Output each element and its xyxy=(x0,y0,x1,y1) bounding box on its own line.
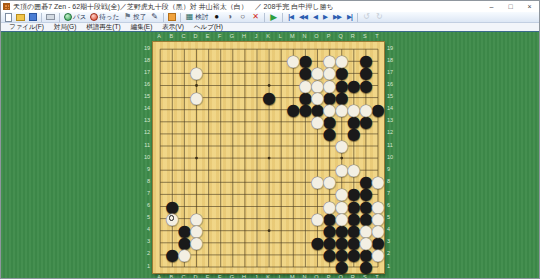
new-file-button[interactable] xyxy=(4,12,13,22)
col-label-top-J: J xyxy=(252,34,260,40)
delete-button[interactable]: ✕ xyxy=(250,12,261,22)
row-label-right-4: 4 xyxy=(387,227,398,233)
row-label-right-2: 2 xyxy=(387,251,398,257)
resign-button[interactable]: ⚑投了 xyxy=(122,12,147,22)
white-stone-D3: ● xyxy=(190,236,204,250)
undo-move-label: 待った xyxy=(99,13,119,22)
row-label-left-14: 14 xyxy=(139,106,150,112)
col-label-bottom-N: N xyxy=(300,275,308,279)
row-label-left-4: 4 xyxy=(139,227,150,233)
pass-button[interactable]: パス xyxy=(63,12,87,22)
nav-back-button[interactable]: ◀ xyxy=(311,12,319,22)
nav-icon: ▶| xyxy=(346,13,353,22)
redo-icon: ↻ xyxy=(375,13,384,22)
row-label-left-8: 8 xyxy=(139,179,150,185)
maximize-button[interactable]: □ xyxy=(501,1,520,12)
row-label-right-18: 18 xyxy=(387,58,398,64)
col-label-top-D: D xyxy=(192,34,200,40)
undo-icon: ↺ xyxy=(362,13,371,22)
col-label-top-E: E xyxy=(204,34,212,40)
row-label-right-15: 15 xyxy=(387,94,398,100)
col-label-top-A: A xyxy=(155,34,163,40)
row-label-right-6: 6 xyxy=(387,203,398,209)
undo-move-button[interactable]: 待った xyxy=(89,12,120,22)
minimize-button[interactable]: – xyxy=(482,1,501,12)
floppy-icon xyxy=(29,13,37,21)
row-label-right-5: 5 xyxy=(387,215,398,221)
open-file-button[interactable] xyxy=(15,12,26,22)
window-title: 天頂の囲碁7 Zen - 62期十段戦(全)／芝野虎丸十段（黒）対 井山裕太（白… xyxy=(13,2,482,12)
row-label-left-1: 1 xyxy=(139,264,150,270)
white-stone-C2: ● xyxy=(177,248,191,262)
row-label-right-14: 14 xyxy=(387,106,398,112)
row-label-right-9: 9 xyxy=(387,167,398,173)
toolbar-separator xyxy=(41,13,42,22)
white-stone-P16: ● xyxy=(323,79,337,93)
white-stone-Q5: ● xyxy=(335,212,349,226)
row-label-left-10: 10 xyxy=(139,155,150,161)
row-label-left-9: 9 xyxy=(139,167,150,173)
toolbar-separator xyxy=(357,13,358,22)
nav-forward-button[interactable]: ▶ xyxy=(321,12,329,22)
white-stone-R9: ● xyxy=(347,163,361,177)
flag-icon: ⚑ xyxy=(123,13,132,22)
toolbar-separator xyxy=(59,13,60,22)
menu-file[interactable]: ファイル(F) xyxy=(4,23,49,32)
col-label-top-H: H xyxy=(240,34,248,40)
row-label-left-16: 16 xyxy=(139,82,150,88)
col-label-bottom-L: L xyxy=(276,275,284,279)
col-label-top-R: R xyxy=(349,34,357,40)
col-label-bottom-D: D xyxy=(192,275,200,279)
rotate-ccw-button[interactable]: ↺ xyxy=(361,12,372,22)
row-label-right-13: 13 xyxy=(387,118,398,124)
stone-white-button[interactable]: ○ xyxy=(237,12,248,22)
col-label-top-F: F xyxy=(216,34,224,40)
row-label-right-10: 10 xyxy=(387,155,398,161)
play-button[interactable]: ▶ xyxy=(268,12,279,22)
col-label-bottom-R: R xyxy=(349,275,357,279)
black-stone-K15: ● xyxy=(262,91,276,105)
client-area: ●●●●●●●●●●●●●●●●●●●●●●●●●●●●●●●●●●●●●●●●… xyxy=(1,32,540,279)
white-stone-D15: ● xyxy=(190,91,204,105)
col-label-top-N: N xyxy=(300,34,308,40)
close-button[interactable]: × xyxy=(520,1,539,12)
col-label-top-G: G xyxy=(228,34,236,40)
nav-forward10-button[interactable]: ▶▶ xyxy=(331,12,343,22)
white-stone-S14: ● xyxy=(359,103,373,117)
black-stone-T14: ● xyxy=(371,103,385,117)
row-label-left-7: 7 xyxy=(139,191,150,197)
col-label-top-K: K xyxy=(264,34,272,40)
red-x-icon: ✕ xyxy=(251,13,260,22)
row-label-left-15: 15 xyxy=(139,94,150,100)
col-label-bottom-A: A xyxy=(155,275,163,279)
pen-icon: ✎ xyxy=(150,13,159,22)
col-label-bottom-K: K xyxy=(264,275,272,279)
toolbar: パス待った⚑投了✎▦検討●◑○✕▶|◀◀◀◀▶▶▶▶|↺↻ xyxy=(1,12,539,23)
hint-button[interactable]: ✎ xyxy=(149,12,160,22)
print-button[interactable] xyxy=(45,12,56,22)
pass-label: パス xyxy=(73,13,86,22)
row-label-right-19: 19 xyxy=(387,46,398,52)
play-icon: ▶ xyxy=(269,13,278,22)
title-bar: 天頂の囲碁7 Zen - 62期十段戦(全)／芝野虎丸十段（黒）対 井山裕太（白… xyxy=(1,1,539,12)
black-stone-Q1: ● xyxy=(335,260,349,274)
folder-icon xyxy=(16,14,25,21)
row-label-right-12: 12 xyxy=(387,130,398,136)
row-label-right-17: 17 xyxy=(387,70,398,76)
last-move-marker xyxy=(169,215,175,221)
row-label-right-16: 16 xyxy=(387,82,398,88)
menu-bar: ファイル(F)対局(G)棋譜再生(T)編集(E)表示(V)ヘルプ(H) xyxy=(1,23,539,32)
app-window: 天頂の囲碁7 Zen - 62期十段戦(全)／芝野虎丸十段（黒）対 井山裕太（白… xyxy=(0,0,540,279)
row-label-left-5: 5 xyxy=(139,215,150,221)
board-orange-icon xyxy=(168,13,176,21)
stone-black-button[interactable]: ● xyxy=(211,12,222,22)
white-stone-Q11: ● xyxy=(335,139,349,153)
menu-help[interactable]: ヘルプ(H) xyxy=(189,23,228,32)
nav-icon: ◀ xyxy=(312,13,318,22)
col-label-top-M: M xyxy=(288,34,296,40)
toolbar-separator xyxy=(163,13,164,22)
nav-icon: ◀◀ xyxy=(298,13,308,22)
col-label-bottom-G: G xyxy=(228,275,236,279)
resign-label: 投了 xyxy=(133,13,146,22)
menu-game[interactable]: 対局(G) xyxy=(49,23,81,32)
nav-first-button[interactable]: |◀ xyxy=(286,12,295,22)
row-label-left-2: 2 xyxy=(139,251,150,257)
col-label-top-S: S xyxy=(361,34,369,40)
col-label-bottom-T: T xyxy=(373,275,381,279)
printer-icon xyxy=(46,14,55,20)
chart-icon: ▦ xyxy=(185,13,194,22)
col-label-top-C: C xyxy=(179,34,187,40)
window-controls: – □ × xyxy=(482,1,539,12)
col-label-bottom-E: E xyxy=(204,275,212,279)
analyze-label: 検討 xyxy=(195,13,208,22)
row-label-right-3: 3 xyxy=(387,239,398,245)
save-file-button[interactable] xyxy=(28,12,38,22)
black-stone-S16: ● xyxy=(359,79,373,93)
row-label-left-17: 17 xyxy=(139,70,150,76)
white-stone-O5: ● xyxy=(311,212,325,226)
row-label-left-18: 18 xyxy=(139,58,150,64)
rotate-cw-button[interactable]: ↻ xyxy=(374,12,385,22)
row-label-right-7: 7 xyxy=(387,191,398,197)
nav-back10-button[interactable]: ◀◀ xyxy=(297,12,309,22)
row-label-left-6: 6 xyxy=(139,203,150,209)
menu-view[interactable]: 表示(V) xyxy=(157,23,189,32)
col-label-top-T: T xyxy=(373,34,381,40)
stone-half-button[interactable]: ◑ xyxy=(224,12,235,22)
col-label-top-O: O xyxy=(313,34,321,40)
nav-icon: |◀ xyxy=(287,13,294,22)
col-label-bottom-F: F xyxy=(216,275,224,279)
analyze-button[interactable]: ▦検討 xyxy=(184,12,209,22)
white-stone-T8: ● xyxy=(371,175,385,189)
col-label-bottom-H: H xyxy=(240,275,248,279)
menu-replay[interactable]: 棋譜再生(T) xyxy=(81,23,125,32)
row-label-right-11: 11 xyxy=(387,143,398,149)
col-label-bottom-S: S xyxy=(361,275,369,279)
toolbar-separator xyxy=(180,13,181,22)
col-label-top-L: L xyxy=(276,34,284,40)
col-label-bottom-O: O xyxy=(313,275,321,279)
app-icon xyxy=(3,3,10,10)
col-label-bottom-C: C xyxy=(179,275,187,279)
toolbar-separator xyxy=(282,13,283,22)
toolbar-separator xyxy=(264,13,265,22)
white-stone-D17: ● xyxy=(190,66,204,80)
row-label-right-1: 1 xyxy=(387,264,398,270)
stone-h-icon: ◑ xyxy=(225,13,234,22)
col-label-top-B: B xyxy=(167,34,175,40)
row-label-left-12: 12 xyxy=(139,130,150,136)
nav-icon: ▶▶ xyxy=(332,13,342,22)
white-stone-M18: ● xyxy=(286,54,300,68)
col-label-top-Q: Q xyxy=(337,34,345,40)
white-stone-O13: ● xyxy=(311,115,325,129)
white-stone-T4: ● xyxy=(371,224,385,238)
nav-last-button[interactable]: ▶| xyxy=(345,12,354,22)
stone-w-icon: ○ xyxy=(238,13,247,22)
go-board[interactable]: ●●●●●●●●●●●●●●●●●●●●●●●●●●●●●●●●●●●●●●●●… xyxy=(152,41,385,274)
col-label-bottom-J: J xyxy=(252,275,260,279)
stone-b-icon: ● xyxy=(212,13,221,22)
board-view-button[interactable] xyxy=(167,12,177,22)
menu-edit[interactable]: 編集(E) xyxy=(126,23,158,32)
row-label-left-19: 19 xyxy=(139,46,150,52)
ball-green-icon xyxy=(64,13,72,21)
row-label-left-3: 3 xyxy=(139,239,150,245)
col-label-bottom-P: P xyxy=(325,275,333,279)
row-label-left-13: 13 xyxy=(139,118,150,124)
white-stone-T2: ● xyxy=(371,248,385,262)
row-label-left-11: 11 xyxy=(139,143,150,149)
white-stone-B5: ● xyxy=(165,212,179,226)
ball-red-icon xyxy=(90,13,98,21)
col-label-top-P: P xyxy=(325,34,333,40)
col-label-bottom-Q: Q xyxy=(337,275,345,279)
nav-icon: ▶ xyxy=(322,13,328,22)
col-label-bottom-M: M xyxy=(288,275,296,279)
page-icon xyxy=(5,13,12,22)
col-label-bottom-B: B xyxy=(167,275,175,279)
row-label-right-8: 8 xyxy=(387,179,398,185)
